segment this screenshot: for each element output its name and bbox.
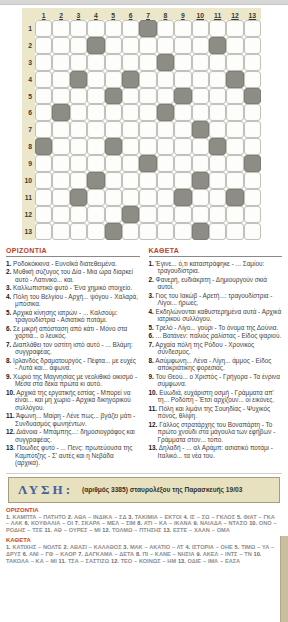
blocked-cell: [244, 88, 261, 105]
grid-cell[interactable]: [157, 37, 174, 54]
grid-cell[interactable]: [105, 54, 122, 71]
grid-cell[interactable]: [52, 155, 69, 172]
col-label: 12: [226, 8, 243, 20]
grid-cell[interactable]: [157, 88, 174, 105]
col-label: 13: [244, 8, 261, 20]
blocked-cell: [244, 155, 261, 172]
grid-cell[interactable]: [226, 54, 243, 71]
grid-cell[interactable]: [35, 20, 52, 37]
clue-item: 11. Άφωνη... Μαίρη - Λένε πως... βγάζει …: [6, 412, 140, 427]
grid-cell[interactable]: [139, 172, 156, 189]
grid-cell[interactable]: [226, 88, 243, 105]
grid-cell[interactable]: [209, 206, 226, 223]
grid-cell[interactable]: [174, 223, 191, 240]
row-label: 8: [22, 138, 35, 155]
col-label: 4: [87, 8, 104, 20]
row-label: 12: [22, 206, 35, 223]
grid-cell[interactable]: [52, 172, 69, 189]
grid-cell[interactable]: [209, 155, 226, 172]
grid-cell[interactable]: [122, 104, 139, 121]
grid-cell[interactable]: [209, 189, 226, 206]
row-label: 1: [22, 20, 35, 37]
clue-item: 1. Έγινε... ό,τι καταστράφηκε - ... Σαμί…: [149, 260, 283, 275]
col-label: 2: [52, 8, 69, 20]
across-clues-column: ΟΡΙΖΟΝΤΙΑ 1. Ροδοκόκκινα - Ευνοϊκά διατε…: [6, 247, 140, 468]
grid-cell[interactable]: [157, 71, 174, 88]
grid-cell[interactable]: [52, 138, 69, 155]
grid-cell[interactable]: [244, 54, 261, 71]
grid-cell[interactable]: [70, 206, 87, 223]
blocked-cell: [105, 88, 122, 105]
grid-cell[interactable]: [70, 88, 87, 105]
grid-cell[interactable]: [244, 138, 261, 155]
clue-item: 10. Ευωδιά, ευχάριστη οσμή - Γράμματα απ…: [149, 389, 283, 404]
grid-cell[interactable]: [105, 71, 122, 88]
clue-item: 7. Αρχαία πόλη της Ρόδου - Χρονικός σύνδ…: [149, 341, 283, 356]
grid-cell[interactable]: [35, 223, 52, 240]
grid-cell[interactable]: [157, 223, 174, 240]
grid-cell[interactable]: [192, 54, 209, 71]
grid-cell[interactable]: [226, 138, 243, 155]
grid-cell[interactable]: [192, 138, 209, 155]
grid-cell[interactable]: [35, 37, 52, 54]
solution-label: ΛΥΣΗ:: [18, 482, 73, 498]
grid-cell[interactable]: [139, 121, 156, 138]
grid-cell[interactable]: [52, 121, 69, 138]
grid-cell[interactable]: [244, 37, 261, 54]
page-top-edge: [0, 0, 288, 5]
section-divider: [6, 473, 282, 474]
grid-cell[interactable]: [192, 189, 209, 206]
grid-cell[interactable]: [87, 206, 104, 223]
blocked-cell: [122, 206, 139, 223]
grid-cell[interactable]: [244, 189, 261, 206]
solution-text-section: ΟΡΙΖΟΝΤΙΑ 1. ΚΑΜΠΤΑ – ΠΑΤΗΤΟ 2. ΑΘΑ – ΙΝ…: [0, 507, 284, 565]
col-label: 10: [192, 8, 209, 20]
blocked-cell: [105, 223, 122, 240]
grid-cell[interactable]: [87, 54, 104, 71]
grid-cell[interactable]: [87, 121, 104, 138]
grid-cell[interactable]: [139, 54, 156, 71]
grid-cell[interactable]: [174, 172, 191, 189]
blocked-cell: [192, 172, 209, 189]
grid-cell[interactable]: [87, 155, 104, 172]
col-label: 5: [105, 8, 122, 20]
blocked-cell: [122, 71, 139, 88]
blocked-cell: [70, 189, 87, 206]
grid-cell[interactable]: [209, 172, 226, 189]
solution-subtitle: (αριθμός 3385) σταυρολέξου της Παρασκευή…: [82, 486, 242, 494]
grid-cell[interactable]: [226, 20, 243, 37]
blocked-cell: [35, 138, 52, 155]
grid-cell[interactable]: [105, 20, 122, 37]
grid-cell[interactable]: [122, 54, 139, 71]
grid-cell[interactable]: [52, 71, 69, 88]
grid-cell[interactable]: [157, 172, 174, 189]
grid-cell[interactable]: [87, 138, 104, 155]
grid-cell[interactable]: [174, 206, 191, 223]
grid-cell[interactable]: [87, 189, 104, 206]
blocked-cell: [87, 172, 104, 189]
clue-item: 5. Αρχικά κίνησης ιατρών - ... Καλσούμ: …: [6, 309, 140, 324]
solution-across-header: ΟΡΙΖΟΝΤΙΑ: [6, 507, 278, 513]
blocked-cell: [105, 138, 122, 155]
grid-cell[interactable]: [139, 189, 156, 206]
clue-item: 4. Πόλη του Βελγίου - Αρχή... ψόγου - Χα…: [6, 293, 140, 308]
grid-cell[interactable]: [174, 20, 191, 37]
clue-item: 12. Γάλλος στρατάρχης του Βοναπάρτη - Το…: [149, 421, 283, 444]
clue-item: 8. Ασύμφωνη... Λένα - Λίγη... άμμος - Εί…: [149, 357, 283, 372]
solution-across-text: 1. ΚΑΜΠΤΑ – ΠΑΤΗΤΟ 2. ΑΘΑ – ΙΝΔΙΚΑ – ΣΔ …: [6, 514, 278, 534]
down-clues-column: ΚΑΘΕΤΑ 1. Έγινε... ό,τι καταστράφηκε - .…: [149, 247, 283, 468]
grid-cell[interactable]: [174, 71, 191, 88]
grid-cell[interactable]: [139, 223, 156, 240]
row-label: 3: [22, 54, 35, 71]
grid-cell[interactable]: [192, 37, 209, 54]
grid-cell[interactable]: [105, 206, 122, 223]
blocked-cell: [139, 20, 156, 37]
grid-cell[interactable]: [70, 104, 87, 121]
grid-cell[interactable]: [139, 88, 156, 105]
grid-cell[interactable]: [70, 223, 87, 240]
page-right-edge: [280, 536, 288, 622]
row-label: 6: [22, 104, 35, 121]
blocked-cell: [192, 223, 209, 240]
grid-cell[interactable]: [122, 155, 139, 172]
blocked-cell: [209, 37, 226, 54]
grid-cell[interactable]: [157, 155, 174, 172]
grid-cell[interactable]: [35, 88, 52, 105]
grid-cell[interactable]: [157, 20, 174, 37]
grid-cell[interactable]: [209, 54, 226, 71]
grid-cell[interactable]: [87, 71, 104, 88]
clue-item: 1. Ροδοκόκκινα - Ευνοϊκά διατεθειμένα.: [6, 260, 140, 268]
grid-cell[interactable]: [87, 20, 104, 37]
grid-cell[interactable]: [35, 121, 52, 138]
grid-cell[interactable]: [226, 172, 243, 189]
grid-cell[interactable]: [209, 20, 226, 37]
col-label: 7: [139, 8, 156, 20]
blocked-cell: [139, 155, 156, 172]
row-label: 5: [22, 88, 35, 105]
grid-cell[interactable]: [52, 88, 69, 105]
clue-item: 8. Ιρλανδός δραματουργός - Πέφτα... με ε…: [6, 357, 140, 372]
grid-cell[interactable]: [192, 88, 209, 105]
grid-cell[interactable]: [35, 189, 52, 206]
grid-cell[interactable]: [52, 20, 69, 37]
solution-banner: ΛΥΣΗ: (αριθμός 3385) σταυρολέξου της Παρ…: [8, 477, 280, 503]
grid-cell[interactable]: [209, 88, 226, 105]
grid-cell[interactable]: [174, 155, 191, 172]
row-label: 10: [22, 172, 35, 189]
grid-cell[interactable]: [122, 121, 139, 138]
solution-down-text: 1. ΚΑΤΙΧΗΣ – ΝΟΛΤΕ 2. ΑΒΑΣΙ – ΚΑΛΑΘΟΣ 3.…: [6, 544, 278, 564]
solution-down-header: ΚΑΘΕΤΑ: [6, 537, 278, 543]
grid-cell[interactable]: [105, 155, 122, 172]
grid-cell[interactable]: [70, 20, 87, 37]
blocked-cell: [174, 88, 191, 105]
grid-cell[interactable]: [35, 206, 52, 223]
grid-cell[interactable]: [122, 88, 139, 105]
grid-cell[interactable]: [157, 189, 174, 206]
clue-item: 10. Αρχικά της εργατικής εστίας - Μπορεί…: [6, 389, 140, 412]
col-label: 6: [122, 8, 139, 20]
row-label: 2: [22, 37, 35, 54]
blocked-cell: [87, 37, 104, 54]
across-clues-list: 1. Ροδοκόκκινα - Ευνοϊκά διατεθειμένα.2.…: [6, 260, 140, 467]
clue-item: 13. Δηλαδή - ... αλ Αράμπ: ασιατικό ποτά…: [149, 444, 283, 459]
grid-cell[interactable]: [209, 223, 226, 240]
grid-cell[interactable]: [35, 155, 52, 172]
grid-cell[interactable]: [244, 206, 261, 223]
row-label: 11: [22, 189, 35, 206]
grid-cell[interactable]: [122, 37, 139, 54]
col-label: 8: [157, 8, 174, 20]
grid-cell[interactable]: [122, 172, 139, 189]
grid-cell[interactable]: [226, 104, 243, 121]
blocked-cell: [209, 138, 226, 155]
grid-cell[interactable]: [157, 121, 174, 138]
grid-cell[interactable]: [226, 155, 243, 172]
grid-cell[interactable]: [192, 104, 209, 121]
grid-cell[interactable]: [70, 138, 87, 155]
blocked-cell: [192, 121, 209, 138]
col-label: 1: [35, 8, 52, 20]
clue-item: 3. Γιος του Ιακώβ - Αρετή...: τραγουδίστ…: [149, 292, 283, 307]
grid-cell[interactable]: [52, 206, 69, 223]
grid-cell[interactable]: [244, 104, 261, 121]
grid-cell[interactable]: [244, 20, 261, 37]
grid-cell[interactable]: [70, 155, 87, 172]
grid-cell[interactable]: [70, 121, 87, 138]
grid-cell[interactable]: [174, 37, 191, 54]
grid-cell[interactable]: [105, 37, 122, 54]
grid-cell[interactable]: [122, 223, 139, 240]
grid-cell[interactable]: [174, 104, 191, 121]
grid-cell[interactable]: [105, 172, 122, 189]
grid-cell[interactable]: [174, 121, 191, 138]
row-label: 7: [22, 121, 35, 138]
clue-item: 9. Του Θεού... ο Χριστός - Γρήγορα - Τα …: [149, 373, 283, 388]
grid-cell[interactable]: [122, 138, 139, 155]
blocked-cell: [52, 104, 69, 121]
grid-cell[interactable]: [157, 138, 174, 155]
clue-item: 3. Καλλωπιστικό φυτό - Ένα χημικό στοιχε…: [6, 284, 140, 292]
col-label: 3: [70, 8, 87, 20]
grid-cell[interactable]: [244, 121, 261, 138]
grid-cell[interactable]: [70, 37, 87, 54]
grid-cell[interactable]: [244, 172, 261, 189]
grid-cell[interactable]: [244, 71, 261, 88]
grid-cell[interactable]: [35, 104, 52, 121]
clue-item: 13. Ποώδες φυτό - ... Πενς: πρωτεύουσα τ…: [6, 444, 140, 467]
grid-cell[interactable]: [209, 121, 226, 138]
grid-cell[interactable]: [226, 223, 243, 240]
down-header: ΚΑΘΕΤΑ: [149, 247, 283, 257]
clue-item: 6. Σε μικρή απόσταση από κάτι - Μόνο στα…: [6, 325, 140, 340]
grid-cell[interactable]: [209, 71, 226, 88]
crossword-section: 1234567891011121312345678910111213: [22, 8, 288, 240]
blocked-cell: [157, 104, 174, 121]
grid-cell[interactable]: [139, 138, 156, 155]
blocked-cell: [226, 71, 243, 88]
grid-cell[interactable]: [226, 206, 243, 223]
grid-cell[interactable]: [87, 88, 104, 105]
grid-cell[interactable]: [105, 121, 122, 138]
grid-cell[interactable]: [192, 20, 209, 37]
grid-cell[interactable]: [174, 138, 191, 155]
grid-cell[interactable]: [174, 54, 191, 71]
clue-item: 5. Τρελό - Λίγο... γούρι - Το όνομα της …: [149, 324, 283, 332]
grid-cell[interactable]: [70, 172, 87, 189]
clue-item: 2. Μυθική σύζυγος του Δία - Μια ώρα διαρ…: [6, 268, 140, 283]
clue-item: 9. Χωριό της Μαγνησίας με νεολιθικό οικι…: [6, 373, 140, 388]
clue-item: 2. Φανερή, ευδιάκριτη - Δημιουργούν σκιά…: [149, 276, 283, 291]
row-label: 9: [22, 155, 35, 172]
grid-cell[interactable]: [226, 121, 243, 138]
grid-cell[interactable]: [52, 37, 69, 54]
across-header: ΟΡΙΖΟΝΤΙΑ: [6, 247, 140, 257]
grid-cell[interactable]: [105, 189, 122, 206]
blocked-cell: [70, 71, 87, 88]
row-label: 13: [22, 223, 35, 240]
grid-cell[interactable]: [52, 223, 69, 240]
grid-cell[interactable]: [87, 223, 104, 240]
grid-cell[interactable]: [122, 189, 139, 206]
blocked-cell: [226, 189, 243, 206]
grid-cell[interactable]: [35, 71, 52, 88]
grid-cell[interactable]: [35, 172, 52, 189]
clues-section: ΟΡΙΖΟΝΤΙΑ 1. Ροδοκόκκινα - Ευνοϊκά διατε…: [0, 247, 288, 468]
clue-item: 6. ... Βατάνεν: παλιός ραλίστας - Είδος …: [149, 332, 283, 340]
grid-cell[interactable]: [209, 104, 226, 121]
crossword-board: 1234567891011121312345678910111213: [22, 8, 288, 240]
grid-cell[interactable]: [192, 71, 209, 88]
grid-cell[interactable]: [226, 37, 243, 54]
blocked-cell: [157, 54, 174, 71]
grid-cell[interactable]: [244, 223, 261, 240]
board-corner: [22, 8, 35, 20]
blocked-cell: [174, 189, 191, 206]
grid-cell[interactable]: [87, 104, 104, 121]
grid-cell[interactable]: [35, 54, 52, 71]
grid-cell[interactable]: [139, 206, 156, 223]
grid-cell[interactable]: [122, 20, 139, 37]
down-clues-list: 1. Έγινε... ό,τι καταστράφηκε - ... Σαμί…: [149, 260, 283, 460]
grid-cell[interactable]: [139, 104, 156, 121]
clue-item: 4. Εκδηλώνονται καθυστερημένα αυτά - Αρχ…: [149, 308, 283, 323]
grid-cell[interactable]: [157, 206, 174, 223]
col-label: 9: [174, 8, 191, 20]
grid-cell[interactable]: [139, 71, 156, 88]
grid-cell[interactable]: [70, 54, 87, 71]
grid-cell[interactable]: [192, 206, 209, 223]
row-label: 4: [22, 71, 35, 88]
grid-cell[interactable]: [139, 37, 156, 54]
col-label: 11: [209, 8, 226, 20]
clue-item: 7. Διαπλάθει τον οστίτη ιστό αυτό - ... …: [6, 341, 140, 356]
clue-item: 12. Διάνοια - Μπάμπης...: δημοσιογράφος …: [6, 428, 140, 443]
grid-cell[interactable]: [105, 104, 122, 121]
grid-cell[interactable]: [52, 189, 69, 206]
grid-cell[interactable]: [52, 54, 69, 71]
clue-item: 11. Πόλη και λιμάνι της Σουηδίας - Ψυχικ…: [149, 405, 283, 420]
grid-cell[interactable]: [192, 155, 209, 172]
